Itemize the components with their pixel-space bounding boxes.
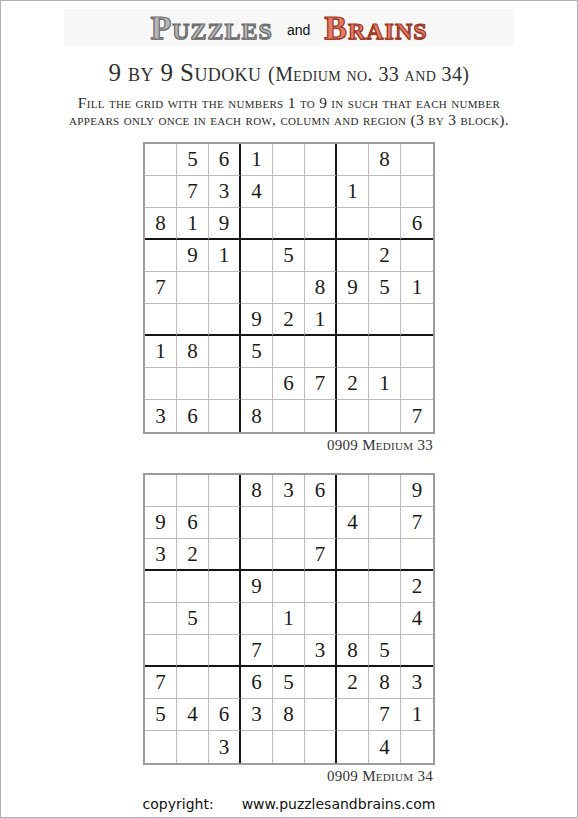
sudoku-cell: 5 bbox=[145, 699, 177, 731]
sudoku-cell bbox=[401, 304, 433, 336]
sudoku-cell: 5 bbox=[369, 635, 401, 667]
sudoku-cell bbox=[209, 667, 241, 699]
sudoku-cell bbox=[305, 667, 337, 699]
sudoku-cell: 9 bbox=[337, 272, 369, 304]
sudoku-cell: 6 bbox=[241, 667, 273, 699]
sudoku-cell bbox=[145, 603, 177, 635]
sudoku-grid-medium-33: 56187341819691527895192118567213687 bbox=[143, 142, 435, 434]
sudoku-cell: 1 bbox=[401, 272, 433, 304]
instructions-line-1: Fill the grid with the numbers 1 to 9 in… bbox=[1, 94, 577, 111]
grid-caption-medium-33: 0909 Medium 33 bbox=[143, 437, 435, 454]
sudoku-cell bbox=[145, 475, 177, 507]
sudoku-cell bbox=[337, 603, 369, 635]
sudoku-cell: 2 bbox=[273, 304, 305, 336]
sudoku-cell bbox=[145, 176, 177, 208]
sudoku-cell bbox=[209, 400, 241, 432]
sudoku-cell bbox=[369, 304, 401, 336]
sudoku-cell bbox=[273, 176, 305, 208]
sudoku-cell bbox=[305, 240, 337, 272]
sudoku-cell bbox=[209, 571, 241, 603]
sudoku-cell: 3 bbox=[145, 539, 177, 571]
sudoku-cell bbox=[209, 336, 241, 368]
sudoku-cell bbox=[273, 539, 305, 571]
sudoku-cell: 4 bbox=[177, 699, 209, 731]
page-title-sub: (Medium no. 33 and 34) bbox=[268, 63, 469, 85]
footer: copyright: www.puzzlesandbrains.com bbox=[1, 796, 577, 812]
sudoku-cell bbox=[209, 475, 241, 507]
sudoku-cell bbox=[177, 304, 209, 336]
sudoku-cell: 8 bbox=[369, 144, 401, 176]
sudoku-cell bbox=[305, 400, 337, 432]
sudoku-cell bbox=[305, 699, 337, 731]
sudoku-cell bbox=[177, 368, 209, 400]
sudoku-cell: 7 bbox=[401, 507, 433, 539]
sudoku-cell bbox=[369, 208, 401, 240]
sudoku-cell bbox=[177, 731, 209, 763]
sudoku-cell bbox=[145, 240, 177, 272]
sudoku-cell: 9 bbox=[241, 304, 273, 336]
sudoku-cell bbox=[145, 304, 177, 336]
sudoku-cell: 1 bbox=[273, 603, 305, 635]
sudoku-cell: 6 bbox=[209, 699, 241, 731]
sudoku-cell: 7 bbox=[177, 176, 209, 208]
sudoku-cell: 9 bbox=[401, 475, 433, 507]
sudoku-cell bbox=[305, 603, 337, 635]
sudoku-cell: 7 bbox=[305, 368, 337, 400]
sudoku-cell: 2 bbox=[337, 667, 369, 699]
sudoku-cell bbox=[273, 208, 305, 240]
sudoku-cell: 2 bbox=[401, 571, 433, 603]
sudoku-cell: 1 bbox=[241, 144, 273, 176]
sudoku-cell bbox=[401, 144, 433, 176]
sudoku-cell bbox=[369, 176, 401, 208]
sudoku-cell bbox=[209, 304, 241, 336]
sudoku-cell: 8 bbox=[337, 635, 369, 667]
sudoku-cell: 6 bbox=[273, 368, 305, 400]
sudoku-cell bbox=[401, 176, 433, 208]
sudoku-cell: 8 bbox=[241, 475, 273, 507]
sudoku-cell bbox=[337, 475, 369, 507]
sudoku-cell bbox=[145, 368, 177, 400]
sudoku-cell: 9 bbox=[145, 507, 177, 539]
sudoku-cell: 5 bbox=[177, 603, 209, 635]
sudoku-cell: 4 bbox=[369, 731, 401, 763]
sudoku-cell bbox=[305, 731, 337, 763]
sudoku-cell: 4 bbox=[241, 176, 273, 208]
sudoku-cell: 1 bbox=[401, 699, 433, 731]
sudoku-cell: 7 bbox=[305, 539, 337, 571]
sudoku-cell bbox=[305, 507, 337, 539]
sudoku-cell: 9 bbox=[177, 240, 209, 272]
logo-brains: Brains bbox=[324, 11, 427, 45]
sudoku-cell bbox=[145, 731, 177, 763]
sudoku-cell: 5 bbox=[369, 272, 401, 304]
sudoku-cell: 4 bbox=[401, 603, 433, 635]
sudoku-cell bbox=[305, 176, 337, 208]
sudoku-cell: 2 bbox=[337, 368, 369, 400]
sudoku-cell bbox=[369, 400, 401, 432]
sudoku-cell bbox=[337, 539, 369, 571]
sudoku-cell: 1 bbox=[177, 208, 209, 240]
page-title: 9 by 9 Sudoku (Medium no. 33 and 34) bbox=[1, 59, 577, 87]
sudoku-cell: 6 bbox=[401, 208, 433, 240]
instructions: Fill the grid with the numbers 1 to 9 in… bbox=[1, 94, 577, 128]
sudoku-cell bbox=[177, 667, 209, 699]
sudoku-cell bbox=[209, 507, 241, 539]
sudoku-cell bbox=[145, 571, 177, 603]
sudoku-cell bbox=[241, 507, 273, 539]
sudoku-cell bbox=[401, 539, 433, 571]
sudoku-cell bbox=[401, 368, 433, 400]
sudoku-cell bbox=[177, 571, 209, 603]
sudoku-cell bbox=[273, 635, 305, 667]
sudoku-cell bbox=[209, 272, 241, 304]
sudoku-cell bbox=[401, 336, 433, 368]
logo-and: and bbox=[287, 18, 310, 38]
sudoku-cell: 2 bbox=[177, 539, 209, 571]
grid-caption-medium-34: 0909 Medium 34 bbox=[143, 768, 435, 785]
sudoku-cell bbox=[369, 475, 401, 507]
sudoku-cell: 3 bbox=[209, 176, 241, 208]
sudoku-grid-medium-34: 83699647327925147385765283546387134 bbox=[143, 473, 435, 765]
sudoku-cell bbox=[177, 635, 209, 667]
sudoku-cell: 8 bbox=[305, 272, 337, 304]
sudoku-cell: 9 bbox=[241, 571, 273, 603]
sudoku-cell: 7 bbox=[145, 272, 177, 304]
sudoku-cell: 7 bbox=[145, 667, 177, 699]
sudoku-cell: 1 bbox=[337, 176, 369, 208]
sudoku-cell bbox=[209, 539, 241, 571]
sudoku-cell bbox=[337, 400, 369, 432]
sudoku-cell bbox=[209, 603, 241, 635]
page: Puzzles and Brains 9 by 9 Sudoku (Medium… bbox=[0, 0, 578, 818]
sudoku-cell: 4 bbox=[337, 507, 369, 539]
sudoku-cell bbox=[305, 336, 337, 368]
sudoku-cell: 3 bbox=[209, 731, 241, 763]
sudoku-cell bbox=[273, 144, 305, 176]
logo-puzzles: Puzzles bbox=[150, 11, 272, 45]
sudoku-cell bbox=[273, 272, 305, 304]
sudoku-cell bbox=[401, 635, 433, 667]
sudoku-cell bbox=[241, 731, 273, 763]
sudoku-cell bbox=[273, 336, 305, 368]
sudoku-cell: 6 bbox=[209, 144, 241, 176]
logo-bar: Puzzles and Brains bbox=[64, 9, 514, 46]
sudoku-cell bbox=[337, 571, 369, 603]
sudoku-cell bbox=[145, 635, 177, 667]
sudoku-cell: 5 bbox=[273, 240, 305, 272]
website-link[interactable]: www.puzzlesandbrains.com bbox=[242, 796, 436, 812]
sudoku-cell bbox=[305, 144, 337, 176]
sudoku-cell bbox=[209, 368, 241, 400]
sudoku-cell: 3 bbox=[401, 667, 433, 699]
sudoku-cell bbox=[337, 336, 369, 368]
sudoku-cell bbox=[369, 336, 401, 368]
sudoku-cell: 3 bbox=[305, 635, 337, 667]
sudoku-cell bbox=[305, 571, 337, 603]
sudoku-cell bbox=[305, 208, 337, 240]
sudoku-cell bbox=[177, 475, 209, 507]
sudoku-cell: 1 bbox=[369, 368, 401, 400]
sudoku-cell: 7 bbox=[241, 635, 273, 667]
sudoku-cell: 1 bbox=[305, 304, 337, 336]
sudoku-cell bbox=[369, 603, 401, 635]
sudoku-cell: 6 bbox=[177, 507, 209, 539]
sudoku-cell bbox=[241, 272, 273, 304]
sudoku-cell: 3 bbox=[241, 699, 273, 731]
sudoku-cell bbox=[369, 507, 401, 539]
sudoku-cell bbox=[337, 731, 369, 763]
sudoku-cell bbox=[273, 731, 305, 763]
sudoku-cell bbox=[241, 208, 273, 240]
sudoku-cell bbox=[241, 603, 273, 635]
sudoku-cell: 5 bbox=[241, 336, 273, 368]
sudoku-cell: 8 bbox=[241, 400, 273, 432]
sudoku-cell bbox=[401, 240, 433, 272]
sudoku-cell bbox=[337, 208, 369, 240]
sudoku-cell bbox=[273, 507, 305, 539]
sudoku-cell bbox=[401, 731, 433, 763]
sudoku-cell: 2 bbox=[369, 240, 401, 272]
sudoku-cell: 8 bbox=[145, 208, 177, 240]
sudoku-cell bbox=[177, 272, 209, 304]
sudoku-cell: 7 bbox=[369, 699, 401, 731]
sudoku-cell: 9 bbox=[209, 208, 241, 240]
page-title-main: 9 by 9 Sudoku bbox=[109, 59, 269, 86]
sudoku-cell bbox=[209, 635, 241, 667]
copyright-label: copyright: bbox=[143, 796, 214, 812]
sudoku-cell bbox=[241, 240, 273, 272]
sudoku-cell: 8 bbox=[177, 336, 209, 368]
sudoku-cell bbox=[337, 699, 369, 731]
sudoku-cell bbox=[337, 240, 369, 272]
sudoku-cell bbox=[145, 144, 177, 176]
sudoku-cell bbox=[369, 571, 401, 603]
sudoku-cell bbox=[337, 304, 369, 336]
sudoku-cell: 5 bbox=[177, 144, 209, 176]
sudoku-cell: 8 bbox=[273, 699, 305, 731]
sudoku-cell: 6 bbox=[177, 400, 209, 432]
sudoku-cell: 3 bbox=[145, 400, 177, 432]
sudoku-cell bbox=[369, 539, 401, 571]
sudoku-cell: 1 bbox=[145, 336, 177, 368]
sudoku-cell bbox=[273, 400, 305, 432]
instructions-line-2: appears only once in each row, column an… bbox=[1, 111, 577, 128]
sudoku-cell: 6 bbox=[305, 475, 337, 507]
sudoku-cell: 7 bbox=[401, 400, 433, 432]
sudoku-cell: 5 bbox=[273, 667, 305, 699]
sudoku-cell bbox=[273, 571, 305, 603]
sudoku-cell: 1 bbox=[209, 240, 241, 272]
sudoku-cell bbox=[337, 144, 369, 176]
sudoku-cell bbox=[241, 368, 273, 400]
sudoku-cell: 8 bbox=[369, 667, 401, 699]
sudoku-cell bbox=[241, 539, 273, 571]
sudoku-cell: 3 bbox=[273, 475, 305, 507]
